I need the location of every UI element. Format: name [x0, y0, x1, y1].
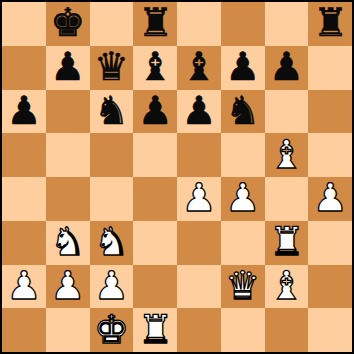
- white-bishop[interactable]: ♝: [269, 135, 304, 174]
- white-pawn[interactable]: ♟: [50, 266, 85, 305]
- white-pawn[interactable]: ♟: [94, 266, 129, 305]
- black-rook[interactable]: ♜: [138, 3, 173, 42]
- square-g1[interactable]: [265, 308, 309, 352]
- square-h5[interactable]: [308, 133, 352, 177]
- square-d4[interactable]: [133, 177, 177, 221]
- black-pawn[interactable]: ♟: [181, 91, 216, 130]
- square-b6[interactable]: [46, 90, 90, 134]
- square-a3[interactable]: [2, 221, 46, 265]
- square-b7[interactable]: ♟: [46, 46, 90, 90]
- square-f3[interactable]: [221, 221, 265, 265]
- square-f7[interactable]: ♟: [221, 46, 265, 90]
- black-bishop[interactable]: ♝: [181, 47, 216, 86]
- square-c8[interactable]: [90, 2, 134, 46]
- square-b8[interactable]: ♚: [46, 2, 90, 46]
- square-b5[interactable]: [46, 133, 90, 177]
- square-g6[interactable]: [265, 90, 309, 134]
- square-e5[interactable]: [177, 133, 221, 177]
- square-c3[interactable]: ♞: [90, 221, 134, 265]
- white-pawn[interactable]: ♟: [225, 178, 260, 217]
- black-bishop[interactable]: ♝: [138, 47, 173, 86]
- square-f8[interactable]: [221, 2, 265, 46]
- square-d5[interactable]: [133, 133, 177, 177]
- square-e1[interactable]: [177, 308, 221, 352]
- square-f4[interactable]: ♟: [221, 177, 265, 221]
- white-pawn[interactable]: ♟: [313, 178, 348, 217]
- square-e7[interactable]: ♝: [177, 46, 221, 90]
- square-d7[interactable]: ♝: [133, 46, 177, 90]
- square-g3[interactable]: ♜: [265, 221, 309, 265]
- square-g5[interactable]: ♝: [265, 133, 309, 177]
- square-d3[interactable]: [133, 221, 177, 265]
- square-g4[interactable]: [265, 177, 309, 221]
- square-h6[interactable]: [308, 90, 352, 134]
- square-d1[interactable]: ♜: [133, 308, 177, 352]
- square-b3[interactable]: ♞: [46, 221, 90, 265]
- white-rook[interactable]: ♜: [138, 310, 173, 349]
- square-d2[interactable]: [133, 265, 177, 309]
- square-d6[interactable]: ♟: [133, 90, 177, 134]
- square-e6[interactable]: ♟: [177, 90, 221, 134]
- black-pawn[interactable]: ♟: [269, 47, 304, 86]
- white-bishop[interactable]: ♝: [269, 266, 304, 305]
- square-g8[interactable]: [265, 2, 309, 46]
- square-a7[interactable]: [2, 46, 46, 90]
- white-queen[interactable]: ♛: [225, 266, 260, 305]
- white-knight[interactable]: ♞: [94, 222, 129, 261]
- square-b4[interactable]: [46, 177, 90, 221]
- square-h8[interactable]: ♜: [308, 2, 352, 46]
- black-knight[interactable]: ♞: [225, 91, 260, 130]
- square-a2[interactable]: ♟: [2, 265, 46, 309]
- square-a4[interactable]: [2, 177, 46, 221]
- square-g7[interactable]: ♟: [265, 46, 309, 90]
- square-h2[interactable]: [308, 265, 352, 309]
- black-pawn[interactable]: ♟: [138, 91, 173, 130]
- square-c1[interactable]: ♚: [90, 308, 134, 352]
- square-e8[interactable]: [177, 2, 221, 46]
- square-h7[interactable]: [308, 46, 352, 90]
- square-e3[interactable]: [177, 221, 221, 265]
- square-f1[interactable]: [221, 308, 265, 352]
- square-g2[interactable]: ♝: [265, 265, 309, 309]
- white-pawn[interactable]: ♟: [181, 178, 216, 217]
- black-pawn[interactable]: ♟: [50, 47, 85, 86]
- square-e2[interactable]: [177, 265, 221, 309]
- square-f6[interactable]: ♞: [221, 90, 265, 134]
- square-b1[interactable]: [46, 308, 90, 352]
- square-c2[interactable]: ♟: [90, 265, 134, 309]
- square-b2[interactable]: ♟: [46, 265, 90, 309]
- chess-board: ♚♜♜♟♛♝♝♟♟♟♞♟♟♞♝♟♟♟♞♞♜♟♟♟♛♝♚♜: [0, 0, 354, 354]
- square-d8[interactable]: ♜: [133, 2, 177, 46]
- square-c4[interactable]: [90, 177, 134, 221]
- square-a6[interactable]: ♟: [2, 90, 46, 134]
- square-c5[interactable]: [90, 133, 134, 177]
- square-h4[interactable]: ♟: [308, 177, 352, 221]
- black-rook[interactable]: ♜: [313, 3, 348, 42]
- square-c6[interactable]: ♞: [90, 90, 134, 134]
- square-a5[interactable]: [2, 133, 46, 177]
- square-h1[interactable]: [308, 308, 352, 352]
- square-c7[interactable]: ♛: [90, 46, 134, 90]
- white-rook[interactable]: ♜: [269, 222, 304, 261]
- black-pawn[interactable]: ♟: [6, 91, 41, 130]
- black-queen[interactable]: ♛: [94, 47, 129, 86]
- white-king[interactable]: ♚: [94, 310, 129, 349]
- black-knight[interactable]: ♞: [94, 91, 129, 130]
- square-f5[interactable]: [221, 133, 265, 177]
- square-e4[interactable]: ♟: [177, 177, 221, 221]
- square-a1[interactable]: [2, 308, 46, 352]
- black-king[interactable]: ♚: [50, 3, 85, 42]
- square-f2[interactable]: ♛: [221, 265, 265, 309]
- black-pawn[interactable]: ♟: [225, 47, 260, 86]
- square-h3[interactable]: [308, 221, 352, 265]
- square-a8[interactable]: [2, 2, 46, 46]
- white-knight[interactable]: ♞: [50, 222, 85, 261]
- white-pawn[interactable]: ♟: [6, 266, 41, 305]
